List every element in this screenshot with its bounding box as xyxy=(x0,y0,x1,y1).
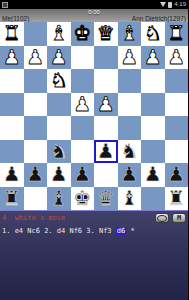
status-bar-time: 4:19 xyxy=(174,0,186,9)
square-e6[interactable] xyxy=(71,140,95,164)
menu-button[interactable]: M xyxy=(172,213,186,223)
piece-wP-d4: ♟ xyxy=(97,93,115,117)
wifi-icon xyxy=(160,2,166,7)
square-f6[interactable]: ♞ xyxy=(47,140,71,164)
android-status-bar: 4:19 xyxy=(0,0,188,9)
square-h7[interactable]: ♟ xyxy=(0,163,24,187)
piece-wP-h2: ♟ xyxy=(3,46,21,70)
piece-bQ-d8: ♛ xyxy=(97,187,115,211)
piece-bB-f8: ♝ xyxy=(50,187,68,211)
square-f8[interactable]: ♝ xyxy=(47,187,71,211)
piece-wB-c1: ♝ xyxy=(120,22,138,46)
square-h8[interactable]: ♜ xyxy=(0,187,24,211)
square-b4[interactable] xyxy=(141,93,165,117)
piece-wP-f2: ♟ xyxy=(50,46,68,70)
square-a8[interactable]: ♜ xyxy=(165,187,189,211)
square-e3[interactable] xyxy=(71,69,95,93)
square-h2[interactable]: ♟ xyxy=(0,46,24,70)
chess-app-screen: 4:19 0:00 Me(1102) Ann Dietrich(1297) ♜♝… xyxy=(0,0,188,300)
square-d1[interactable]: ♛ xyxy=(94,22,118,46)
square-e8[interactable]: ♚ xyxy=(71,187,95,211)
piece-bP-c7: ♟ xyxy=(120,163,138,187)
chess-board: ♜♝♚♛♝♞♜♟♟♟♟♟♟♞♟♟♞♟♞♟♟♟♟♟♟♟♜♝♚♛♝♜ xyxy=(0,22,188,210)
piece-wK-e1: ♚ xyxy=(73,22,91,46)
square-f3[interactable]: ♞ xyxy=(47,69,71,93)
square-g5[interactable] xyxy=(24,116,48,140)
square-c6[interactable]: ♞ xyxy=(118,140,142,164)
piece-bB-c8: ♝ xyxy=(120,187,138,211)
move-status-text: 4. white's move xyxy=(2,214,65,222)
square-g2[interactable]: ♟ xyxy=(24,46,48,70)
piece-wB-f1: ♝ xyxy=(50,22,68,46)
square-h5[interactable] xyxy=(0,116,24,140)
square-d8[interactable]: ♛ xyxy=(94,187,118,211)
piece-wP-b2: ♟ xyxy=(144,46,162,70)
square-g4[interactable] xyxy=(24,93,48,117)
square-a7[interactable]: ♟ xyxy=(165,163,189,187)
notification-icon xyxy=(2,2,8,8)
square-a4[interactable] xyxy=(165,93,189,117)
piece-bP-f7: ♟ xyxy=(50,163,68,187)
square-g1[interactable] xyxy=(24,22,48,46)
square-b3[interactable] xyxy=(141,69,165,93)
square-c3[interactable] xyxy=(118,69,142,93)
square-c7[interactable]: ♟ xyxy=(118,163,142,187)
oval-icon xyxy=(157,215,167,222)
piece-wQ-d1: ♛ xyxy=(97,22,115,46)
square-e1[interactable]: ♚ xyxy=(71,22,95,46)
square-a1[interactable]: ♜ xyxy=(165,22,189,46)
console-status-row: 4. white's move M xyxy=(0,211,188,224)
piece-bP-b7: ♟ xyxy=(144,163,162,187)
console-panel: 4. white's move M 1. e4 Nc6 2. d4 Nf6 3.… xyxy=(0,210,188,300)
square-h1[interactable]: ♜ xyxy=(0,22,24,46)
square-a5[interactable] xyxy=(165,116,189,140)
piece-bR-h8: ♜ xyxy=(3,187,21,211)
square-f7[interactable]: ♟ xyxy=(47,163,71,187)
square-e7[interactable]: ♟ xyxy=(71,163,95,187)
square-b8[interactable] xyxy=(141,187,165,211)
square-b2[interactable]: ♟ xyxy=(141,46,165,70)
square-g7[interactable]: ♟ xyxy=(24,163,48,187)
square-h6[interactable] xyxy=(0,140,24,164)
piece-wR-h1: ♜ xyxy=(3,22,21,46)
piece-bK-e8: ♚ xyxy=(73,187,91,211)
engine-indicator-button[interactable] xyxy=(155,213,169,223)
menu-button-label: M xyxy=(177,215,181,222)
square-d4[interactable]: ♟ xyxy=(94,93,118,117)
square-e2[interactable] xyxy=(71,46,95,70)
piece-bP-g7: ♟ xyxy=(26,163,44,187)
square-c8[interactable]: ♝ xyxy=(118,187,142,211)
square-b6[interactable] xyxy=(141,140,165,164)
square-c1[interactable]: ♝ xyxy=(118,22,142,46)
piece-wP-c2: ♟ xyxy=(120,46,138,70)
square-b5[interactable] xyxy=(141,116,165,140)
move-list-suffix: * xyxy=(126,227,134,235)
square-e4[interactable]: ♟ xyxy=(71,93,95,117)
move-list-prefix: 1. e4 Nc6 2. d4 Nf6 3. Nf3 xyxy=(2,227,116,235)
square-g6[interactable] xyxy=(24,140,48,164)
piece-bN-c6: ♞ xyxy=(120,140,138,164)
square-b1[interactable]: ♞ xyxy=(141,22,165,46)
square-a2[interactable]: ♟ xyxy=(165,46,189,70)
square-e5[interactable] xyxy=(71,116,95,140)
piece-wN-b1: ♞ xyxy=(144,22,162,46)
move-list[interactable]: 1. e4 Nc6 2. d4 Nf6 3. Nf3 d6 * xyxy=(0,224,188,238)
square-a6[interactable] xyxy=(165,140,189,164)
square-d6[interactable]: ♟ xyxy=(94,140,118,164)
piece-bR-a8: ♜ xyxy=(167,187,185,211)
piece-wN-f3: ♞ xyxy=(50,69,68,93)
piece-wP-e4: ♟ xyxy=(73,93,91,117)
square-f5[interactable] xyxy=(47,116,71,140)
square-g8[interactable] xyxy=(24,187,48,211)
square-d3[interactable] xyxy=(94,69,118,93)
square-d2[interactable] xyxy=(94,46,118,70)
square-d5[interactable] xyxy=(94,116,118,140)
piece-bP-h7: ♟ xyxy=(3,163,21,187)
square-f4[interactable] xyxy=(47,93,71,117)
square-c5[interactable] xyxy=(118,116,142,140)
piece-wP-a2: ♟ xyxy=(167,46,185,70)
current-move[interactable]: d6 xyxy=(116,227,126,235)
piece-wR-a1: ♜ xyxy=(167,22,185,46)
piece-bP-d6: ♟ xyxy=(97,140,115,164)
piece-bN-f6: ♞ xyxy=(50,140,68,164)
square-g3[interactable] xyxy=(24,69,48,93)
square-c4[interactable] xyxy=(118,93,142,117)
piece-bP-e7: ♟ xyxy=(73,163,91,187)
square-c2[interactable]: ♟ xyxy=(118,46,142,70)
square-f1[interactable]: ♝ xyxy=(47,22,71,46)
square-d7[interactable] xyxy=(94,163,118,187)
square-f2[interactable]: ♟ xyxy=(47,46,71,70)
piece-wP-g2: ♟ xyxy=(26,46,44,70)
battery-icon xyxy=(168,2,172,8)
piece-bP-a7: ♟ xyxy=(167,163,185,187)
square-h4[interactable] xyxy=(0,93,24,117)
square-b7[interactable]: ♟ xyxy=(141,163,165,187)
square-h3[interactable] xyxy=(0,69,24,93)
square-a3[interactable] xyxy=(165,69,189,93)
